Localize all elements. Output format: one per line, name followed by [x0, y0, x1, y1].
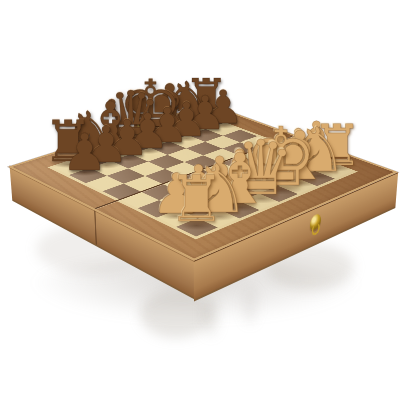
piece-white-rook-a1: ♜	[168, 168, 225, 232]
piece-black-pawn-a7: ♟	[62, 127, 108, 178]
product-photo-scene: ♜♞♝♛♚♝♞♜♟♟♟♟♟♟♟♟♟♟♟♟♟♟♟♟♜♞♝♛♚♝♞♜	[0, 0, 400, 400]
pieces-layer: ♜♞♝♛♚♝♞♜♟♟♟♟♟♟♟♟♟♟♟♟♟♟♟♟♜♞♝♛♚♝♞♜	[0, 0, 400, 400]
